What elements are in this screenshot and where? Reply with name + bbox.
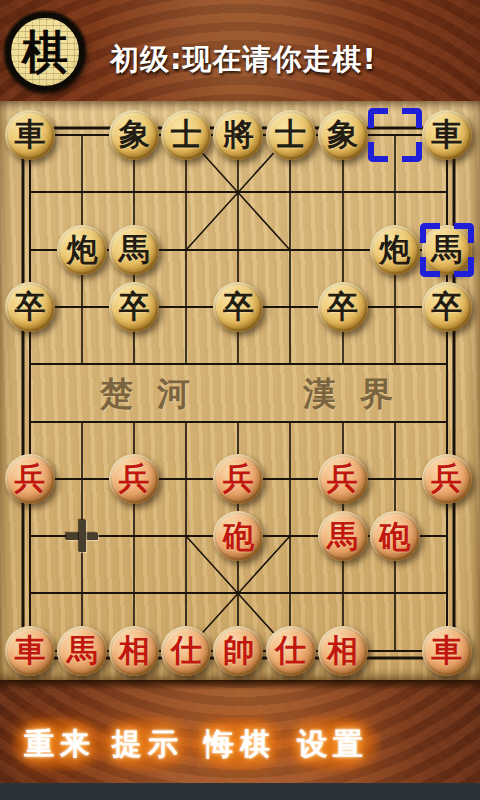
piece-glyph: 將 [223,119,254,150]
piece-glyph: 兵 [327,463,358,494]
piece-red-chariot-1[interactable]: 車 [5,626,55,676]
piece-glyph: 炮 [379,234,410,265]
piece-glyph: 象 [327,119,358,150]
status-message: 初级:现在请你走棋! [110,40,470,80]
system-status-bar [0,783,480,800]
piece-red-general[interactable]: 帥 [213,626,263,676]
piece-black-soldier-5[interactable]: 卒 [422,282,472,332]
piece-red-horse-2[interactable]: 馬 [318,511,368,561]
piece-glyph: 砲 [223,521,254,552]
undo-button[interactable]: 悔棋 [192,717,288,771]
board-grid: 車象士將士象車炮馬炮馬卒卒卒卒卒兵兵兵兵兵砲馬砲車馬相仕帥仕相車 [4,106,473,679]
piece-glyph: 卒 [119,291,150,322]
piece-glyph: 卒 [431,291,462,322]
piece-glyph: 仕 [171,635,202,666]
piece-glyph: 馬 [119,234,150,265]
piece-black-general[interactable]: 將 [213,110,263,160]
piece-red-soldier-1[interactable]: 兵 [5,454,55,504]
piece-red-horse-1[interactable]: 馬 [57,626,107,676]
piece-black-horse-1[interactable]: 馬 [109,225,159,275]
piece-glyph: 兵 [15,463,46,494]
piece-glyph: 車 [15,119,46,150]
piece-black-soldier-3[interactable]: 卒 [213,282,263,332]
board-bottom-edge [0,680,480,690]
piece-red-cannon-1[interactable]: 砲 [213,511,263,561]
xiangqi-board[interactable]: 楚河 漢界 車象士將士象車炮馬炮馬卒卒卒卒卒兵兵兵兵兵砲馬砲車馬相仕帥仕相車 [0,101,480,680]
piece-black-soldier-2[interactable]: 卒 [109,282,159,332]
piece-glyph: 車 [15,635,46,666]
piece-glyph: 卒 [327,291,358,322]
bracket-corner-tl [368,108,388,128]
piece-black-soldier-1[interactable]: 卒 [5,282,55,332]
piece-glyph: 帥 [223,635,254,666]
piece-red-advisor-2[interactable]: 仕 [266,626,316,676]
piece-glyph: 車 [431,635,462,666]
piece-glyph: 兵 [431,463,462,494]
piece-black-cannon-2[interactable]: 炮 [370,225,420,275]
bracket-corner-bl [368,142,388,162]
piece-glyph: 兵 [223,463,254,494]
piece-glyph: 仕 [275,635,306,666]
piece-black-chariot-2[interactable]: 車 [422,110,472,160]
piece-black-soldier-4[interactable]: 卒 [318,282,368,332]
piece-glyph: 卒 [15,291,46,322]
piece-red-soldier-3[interactable]: 兵 [213,454,263,504]
header: 棋 初级:现在请你走棋! [0,0,480,101]
piece-red-soldier-4[interactable]: 兵 [318,454,368,504]
piece-red-soldier-2[interactable]: 兵 [109,454,159,504]
piece-red-cannon-2[interactable]: 砲 [370,511,420,561]
settings-button[interactable]: 设置 [285,717,381,771]
logo-qi-character: 棋 [22,29,68,75]
piece-black-elephant-2[interactable]: 象 [318,110,368,160]
piece-black-chariot-1[interactable]: 車 [5,110,55,160]
piece-red-soldier-5[interactable]: 兵 [422,454,472,504]
piece-glyph: 相 [327,635,358,666]
hint-button[interactable]: 提示 [100,717,196,771]
piece-black-advisor-1[interactable]: 士 [161,110,211,160]
cursor-cross-marker [65,519,99,553]
piece-black-elephant-1[interactable]: 象 [109,110,159,160]
piece-red-elephant-1[interactable]: 相 [109,626,159,676]
piece-red-elephant-2[interactable]: 相 [318,626,368,676]
piece-black-horse-2[interactable]: 馬 [422,225,472,275]
restart-button[interactable]: 重来 [12,717,108,771]
bracket-corner-tr [402,108,422,128]
piece-red-chariot-2[interactable]: 車 [422,626,472,676]
bracket-corner-br [402,142,422,162]
piece-glyph: 相 [119,635,150,666]
piece-glyph: 士 [275,119,306,150]
piece-glyph: 象 [119,119,150,150]
piece-glyph: 卒 [223,291,254,322]
piece-glyph: 士 [171,119,202,150]
piece-glyph: 馬 [67,635,98,666]
piece-glyph: 兵 [119,463,150,494]
app-screen: 棋 初级:现在请你走棋! 楚河 漢界 車象士將士象車炮馬炮馬卒卒卒卒卒兵兵兵兵兵… [0,0,480,800]
piece-glyph: 砲 [379,521,410,552]
piece-glyph: 車 [431,119,462,150]
piece-glyph: 馬 [327,521,358,552]
last-move-from-marker [368,108,422,162]
piece-black-advisor-2[interactable]: 士 [266,110,316,160]
app-logo: 棋 [5,12,85,92]
piece-glyph: 炮 [67,234,98,265]
piece-black-cannon-1[interactable]: 炮 [57,225,107,275]
piece-red-advisor-1[interactable]: 仕 [161,626,211,676]
piece-glyph: 馬 [431,234,462,265]
